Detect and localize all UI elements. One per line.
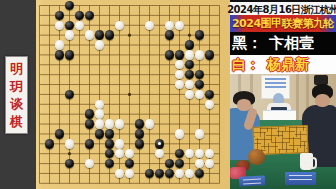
white-player-bar: 白： 杨鼎新 (230, 55, 336, 74)
stone-black (205, 50, 214, 59)
left-sidebar: 明 玥 谈 棋 (0, 0, 36, 189)
stone-white (55, 21, 64, 30)
left-player-face (237, 99, 251, 111)
go-board (36, 0, 230, 189)
stone-black (85, 119, 94, 128)
stone-white (175, 21, 184, 30)
tea-mug (300, 153, 313, 170)
stone-black (65, 50, 74, 59)
stone-white (195, 129, 204, 138)
right-name-placard (285, 172, 316, 185)
stone-white (115, 139, 124, 148)
stone-white (165, 21, 174, 30)
stone-black (105, 139, 114, 148)
stone-white (85, 30, 94, 39)
stone-white (95, 119, 104, 128)
channel-char-2: 玥 (10, 80, 23, 93)
stone-black (55, 129, 64, 138)
channel-char-4: 棋 (10, 115, 23, 128)
stone-white (145, 119, 154, 128)
channel-char-3: 谈 (10, 97, 23, 110)
stone-white (95, 40, 104, 49)
stone-black (135, 139, 144, 148)
stone-white (145, 21, 154, 30)
black-player-name: 卞相壹 (269, 34, 314, 53)
event-bar: 2024围甲联赛第九轮 (230, 15, 336, 32)
stone-white (55, 40, 64, 49)
stone-black (135, 129, 144, 138)
live-photo (230, 74, 336, 189)
stone-white (115, 119, 124, 128)
black-player-bar: 黑： 卞相壹 (230, 32, 336, 55)
stone-black (95, 30, 104, 39)
right-player-face (315, 94, 330, 107)
white-label: 白： (232, 56, 260, 74)
stone-white (115, 21, 124, 30)
go-stone-bowl (248, 149, 265, 165)
stone-black (105, 129, 114, 138)
event-text: 2024围甲联赛第九轮 (232, 16, 334, 31)
stone-black (195, 30, 204, 39)
stone-black (185, 40, 194, 49)
hoshi-point (188, 34, 191, 37)
curtain-fold (296, 74, 299, 124)
stone-black (165, 30, 174, 39)
stone-white (185, 50, 194, 59)
stone-white (65, 139, 74, 148)
stone-white (75, 21, 84, 30)
stone-black (45, 139, 54, 148)
black-label: 黑： (232, 34, 262, 53)
stone-white (195, 50, 204, 59)
stone-white (95, 109, 104, 118)
hoshi-point (68, 152, 71, 155)
channel-char-1: 明 (10, 62, 23, 75)
right-column: 2024年8月16日浙江杭州 2024围甲联赛第九轮 黑： 卞相壹 白： 杨鼎新 (230, 0, 336, 189)
stone-black (175, 50, 184, 59)
stone-black (65, 21, 74, 30)
video-frame: 明 玥 谈 棋 2024年8月16日浙江杭州 2024围甲联赛第九轮 黑： 卞相… (0, 0, 336, 189)
stone-black (85, 139, 94, 148)
stone-black (55, 50, 64, 59)
stone-white (95, 100, 104, 109)
left-name-placard (239, 175, 265, 186)
stone-white (105, 119, 114, 128)
last-move-marker (158, 142, 161, 145)
stone-black (155, 139, 164, 148)
channel-title-box: 明 玥 谈 棋 (5, 56, 28, 134)
white-player-name: 杨鼎新 (267, 56, 309, 74)
stone-black (165, 50, 174, 59)
stone-black (85, 109, 94, 118)
stone-white (175, 129, 184, 138)
stone-black (105, 30, 114, 39)
hoshi-point (128, 93, 131, 96)
stone-black (135, 119, 144, 128)
stone-white (205, 100, 214, 109)
stone-white (65, 30, 74, 39)
stone-black (95, 129, 104, 138)
hoshi-point (128, 34, 131, 37)
